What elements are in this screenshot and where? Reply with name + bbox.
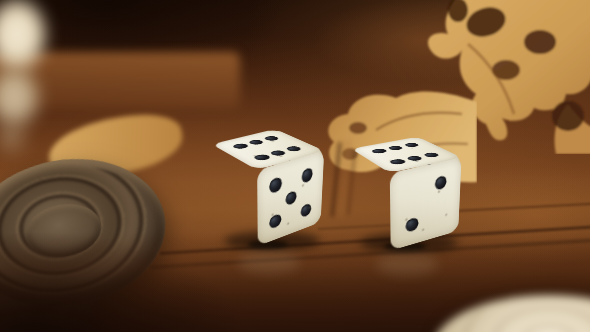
die-pip (406, 217, 418, 233)
die-left (228, 145, 306, 223)
die-pip (422, 152, 441, 158)
die-pip (262, 135, 280, 141)
die-right (366, 151, 444, 229)
die-pip (405, 155, 424, 161)
die-reflection (238, 250, 300, 274)
backgammon-board-photo (0, 0, 590, 332)
die-pip (286, 190, 297, 206)
die-pip (388, 159, 408, 166)
die-pip (247, 139, 266, 146)
die-pip (270, 177, 282, 194)
die-pip (252, 154, 272, 162)
ivory-checker-bottom-right (432, 295, 590, 332)
die-reflection (376, 252, 438, 276)
die-pip (268, 149, 288, 156)
die-pip (387, 145, 405, 151)
dark-checker (0, 144, 177, 323)
plank-seam (455, 203, 590, 212)
die-pip (300, 202, 311, 218)
die-pip (284, 145, 303, 152)
die-pip (435, 175, 447, 191)
die-pip (231, 143, 250, 150)
die-pip (302, 167, 313, 183)
die-pip (403, 142, 421, 148)
die-pip (370, 148, 388, 154)
die-pip (270, 213, 281, 229)
